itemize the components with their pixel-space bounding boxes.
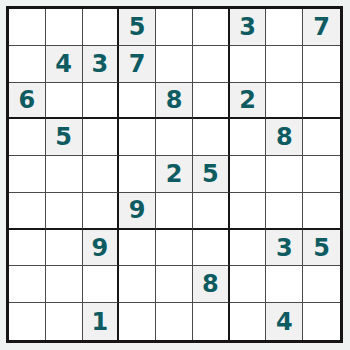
cell-r6c3[interactable] — [83, 193, 120, 230]
cell-r5c2[interactable] — [46, 156, 83, 193]
cell-r2c5[interactable] — [156, 46, 193, 83]
cell-r5c5: 2 — [156, 156, 193, 193]
cell-r1c6[interactable] — [193, 9, 230, 46]
cell-r5c9[interactable] — [303, 156, 340, 193]
cell-r3c8[interactable] — [266, 83, 303, 120]
cell-r5c6: 5 — [193, 156, 230, 193]
cell-r6c8[interactable] — [266, 193, 303, 230]
cell-r1c1[interactable] — [9, 9, 46, 46]
cell-r2c2: 4 — [46, 46, 83, 83]
cell-r5c7[interactable] — [230, 156, 267, 193]
cell-r4c2: 5 — [46, 119, 83, 156]
cell-r8c8[interactable] — [266, 266, 303, 303]
cell-r3c2[interactable] — [46, 83, 83, 120]
cell-r8c9[interactable] — [303, 266, 340, 303]
cell-r7c5[interactable] — [156, 230, 193, 267]
cell-r1c4: 5 — [119, 9, 156, 46]
cell-r2c9[interactable] — [303, 46, 340, 83]
cell-r6c5[interactable] — [156, 193, 193, 230]
cell-r3c3[interactable] — [83, 83, 120, 120]
cell-r8c3[interactable] — [83, 266, 120, 303]
cell-r4c9[interactable] — [303, 119, 340, 156]
cell-r7c2[interactable] — [46, 230, 83, 267]
cell-r5c1[interactable] — [9, 156, 46, 193]
cell-r8c5[interactable] — [156, 266, 193, 303]
cell-r2c7[interactable] — [230, 46, 267, 83]
cell-r1c7: 3 — [230, 9, 267, 46]
cell-r9c2[interactable] — [46, 303, 83, 340]
cell-r4c8: 8 — [266, 119, 303, 156]
cell-r2c8[interactable] — [266, 46, 303, 83]
sudoku-board: 53743768258259935814 — [6, 6, 343, 343]
cell-r3c9[interactable] — [303, 83, 340, 120]
cell-r4c5[interactable] — [156, 119, 193, 156]
cell-r9c1[interactable] — [9, 303, 46, 340]
cell-r9c9[interactable] — [303, 303, 340, 340]
cell-r6c9[interactable] — [303, 193, 340, 230]
cell-r4c7[interactable] — [230, 119, 267, 156]
cell-r1c8[interactable] — [266, 9, 303, 46]
cell-r9c7[interactable] — [230, 303, 267, 340]
cell-r3c4[interactable] — [119, 83, 156, 120]
cell-r2c6[interactable] — [193, 46, 230, 83]
cell-r3c5: 8 — [156, 83, 193, 120]
cell-r2c1[interactable] — [9, 46, 46, 83]
cell-r8c1[interactable] — [9, 266, 46, 303]
cell-r4c6[interactable] — [193, 119, 230, 156]
cell-r8c4[interactable] — [119, 266, 156, 303]
cell-r7c8: 3 — [266, 230, 303, 267]
cell-r6c1[interactable] — [9, 193, 46, 230]
cell-r7c6[interactable] — [193, 230, 230, 267]
cell-r7c9: 5 — [303, 230, 340, 267]
cell-r8c6: 8 — [193, 266, 230, 303]
cell-r9c3: 1 — [83, 303, 120, 340]
cell-r4c3[interactable] — [83, 119, 120, 156]
cell-r8c2[interactable] — [46, 266, 83, 303]
cell-r7c1[interactable] — [9, 230, 46, 267]
cell-r6c4: 9 — [119, 193, 156, 230]
cell-r1c3[interactable] — [83, 9, 120, 46]
cell-r6c7[interactable] — [230, 193, 267, 230]
cell-r5c8[interactable] — [266, 156, 303, 193]
cell-r6c2[interactable] — [46, 193, 83, 230]
cell-r3c1: 6 — [9, 83, 46, 120]
cell-r1c5[interactable] — [156, 9, 193, 46]
cell-r2c3: 3 — [83, 46, 120, 83]
cell-r8c7[interactable] — [230, 266, 267, 303]
cell-r7c4[interactable] — [119, 230, 156, 267]
cell-r5c3[interactable] — [83, 156, 120, 193]
cell-r4c4[interactable] — [119, 119, 156, 156]
cell-r3c6[interactable] — [193, 83, 230, 120]
cell-r4c1[interactable] — [9, 119, 46, 156]
cell-r1c9: 7 — [303, 9, 340, 46]
cell-r7c7[interactable] — [230, 230, 267, 267]
cell-r2c4: 7 — [119, 46, 156, 83]
cell-r9c8: 4 — [266, 303, 303, 340]
cell-r5c4[interactable] — [119, 156, 156, 193]
cell-r9c6[interactable] — [193, 303, 230, 340]
cell-r9c5[interactable] — [156, 303, 193, 340]
cell-r6c6[interactable] — [193, 193, 230, 230]
cell-r1c2[interactable] — [46, 9, 83, 46]
cell-r3c7: 2 — [230, 83, 267, 120]
cell-r7c3: 9 — [83, 230, 120, 267]
cell-r9c4[interactable] — [119, 303, 156, 340]
